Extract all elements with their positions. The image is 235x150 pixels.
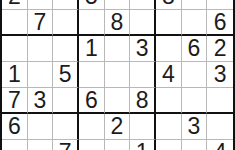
cell-r3c6-empty[interactable] xyxy=(130,10,156,36)
cell-r3c4-empty[interactable] xyxy=(79,10,105,36)
cell-r8c6-given[interactable]: 1 xyxy=(130,140,156,150)
cell-r3c2-given[interactable]: 7 xyxy=(28,10,54,36)
cell-r6c5-empty[interactable] xyxy=(105,88,131,114)
cell-r3c1-empty[interactable] xyxy=(2,10,28,36)
cell-r4c4-given[interactable]: 1 xyxy=(79,36,105,62)
cell-r4c6-given[interactable]: 3 xyxy=(130,36,156,62)
cell-r2c4-given[interactable]: 5 xyxy=(79,0,105,10)
cell-r3c9-given[interactable]: 6 xyxy=(207,10,233,36)
cell-r5c7-given[interactable]: 4 xyxy=(156,62,182,88)
cell-r8c1-empty[interactable] xyxy=(2,140,28,150)
cell-r5c4-empty[interactable] xyxy=(79,62,105,88)
cell-r4c3-empty[interactable] xyxy=(53,36,79,62)
cell-r5c8-empty[interactable] xyxy=(182,62,208,88)
cell-r7c1-given[interactable]: 6 xyxy=(2,114,28,140)
cell-r4c7-empty[interactable] xyxy=(156,36,182,62)
cell-r3c7-empty[interactable] xyxy=(156,10,182,36)
cell-r7c9-empty[interactable] xyxy=(207,114,233,140)
cell-r7c8-given[interactable]: 3 xyxy=(182,114,208,140)
cell-r6c1-given[interactable]: 7 xyxy=(2,88,28,114)
cell-r6c8-empty[interactable] xyxy=(182,88,208,114)
cell-r2c7-given[interactable]: 8 xyxy=(156,0,182,10)
cell-r6c4-given[interactable]: 6 xyxy=(79,88,105,114)
cell-r8c4-empty[interactable] xyxy=(79,140,105,150)
sudoku-viewport: 258786136215437368623714 xyxy=(0,0,235,150)
cell-r8c7-empty[interactable] xyxy=(156,140,182,150)
cell-r8c3-given[interactable]: 7 xyxy=(53,140,79,150)
cell-r4c8-given[interactable]: 6 xyxy=(182,36,208,62)
cell-r8c8-empty[interactable] xyxy=(182,140,208,150)
cell-r7c4-empty[interactable] xyxy=(79,114,105,140)
cell-r7c3-empty[interactable] xyxy=(53,114,79,140)
cell-r6c7-empty[interactable] xyxy=(156,88,182,114)
cell-r3c3-empty[interactable] xyxy=(53,10,79,36)
cell-r4c9-given[interactable]: 2 xyxy=(207,36,233,62)
cell-r4c2-empty[interactable] xyxy=(28,36,54,62)
cell-r5c3-given[interactable]: 5 xyxy=(53,62,79,88)
cell-r2c6-empty[interactable] xyxy=(130,0,156,10)
cell-r3c8-empty[interactable] xyxy=(182,10,208,36)
cell-r5c5-empty[interactable] xyxy=(105,62,131,88)
cell-r7c6-empty[interactable] xyxy=(130,114,156,140)
cell-r8c9-given[interactable]: 4 xyxy=(207,140,233,150)
cell-r6c6-given[interactable]: 8 xyxy=(130,88,156,114)
cell-r6c3-empty[interactable] xyxy=(53,88,79,114)
cell-r8c2-empty[interactable] xyxy=(28,140,54,150)
cell-r4c1-empty[interactable] xyxy=(2,36,28,62)
cell-r5c2-empty[interactable] xyxy=(28,62,54,88)
cell-r5c6-empty[interactable] xyxy=(130,62,156,88)
cell-r5c1-given[interactable]: 1 xyxy=(2,62,28,88)
cell-r7c7-empty[interactable] xyxy=(156,114,182,140)
cell-r6c2-given[interactable]: 3 xyxy=(28,88,54,114)
cell-r2c3-empty[interactable] xyxy=(53,0,79,10)
cell-r2c1-given[interactable]: 2 xyxy=(2,0,28,10)
cell-r4c5-empty[interactable] xyxy=(105,36,131,62)
cell-r6c9-empty[interactable] xyxy=(207,88,233,114)
sudoku-board: 258786136215437368623714 xyxy=(0,0,235,150)
cell-r5c9-given[interactable]: 3 xyxy=(207,62,233,88)
cell-r3c5-given[interactable]: 8 xyxy=(105,10,131,36)
cell-r7c2-empty[interactable] xyxy=(28,114,54,140)
cell-r7c5-given[interactable]: 2 xyxy=(105,114,131,140)
cell-r2c8-empty[interactable] xyxy=(182,0,208,10)
cell-r8c5-empty[interactable] xyxy=(105,140,131,150)
